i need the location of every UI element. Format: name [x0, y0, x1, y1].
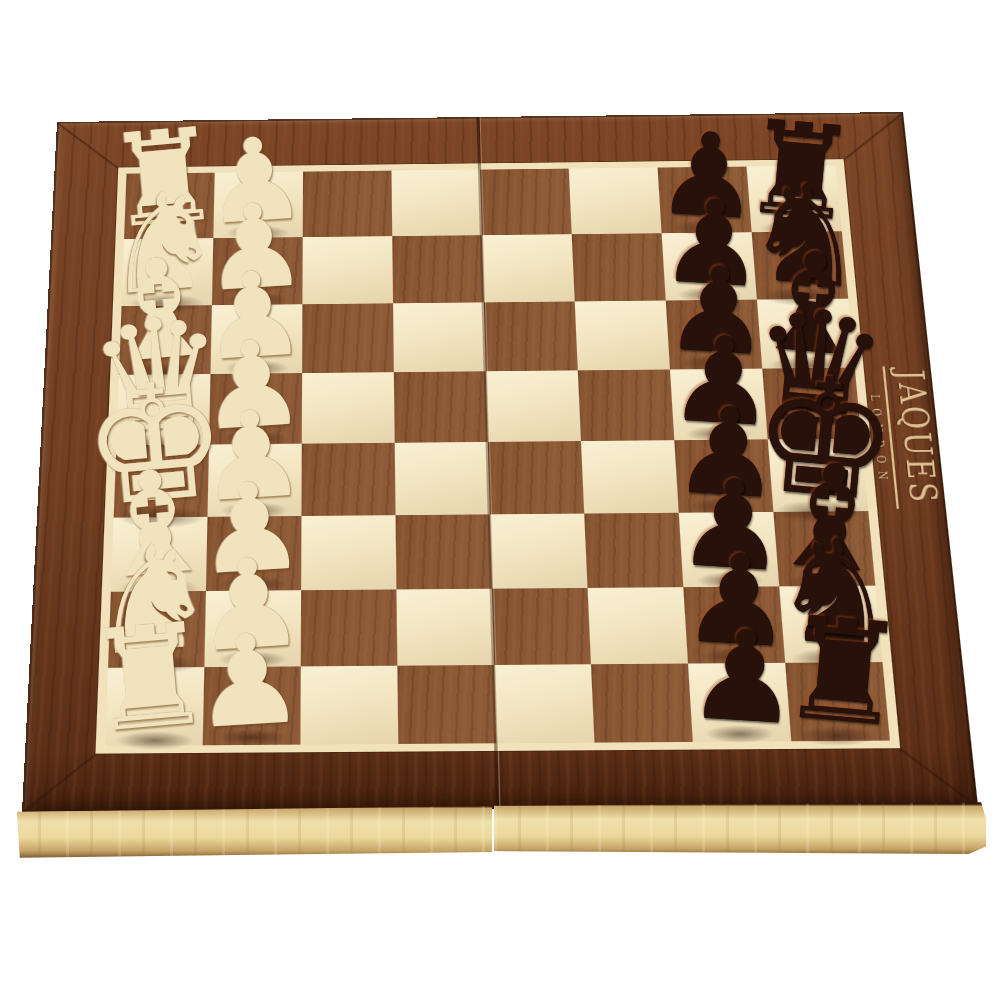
square-a5[interactable]	[480, 169, 572, 236]
square-c4[interactable]	[393, 302, 486, 372]
square-f4[interactable]	[396, 514, 492, 589]
square-e4[interactable]	[395, 442, 490, 515]
square-e3[interactable]	[301, 443, 395, 516]
square-g5[interactable]	[492, 588, 591, 665]
square-d5[interactable]	[486, 370, 581, 442]
square-f5[interactable]	[490, 514, 588, 589]
square-b5[interactable]	[482, 234, 575, 302]
black-rook-h8[interactable]: ♜	[768, 602, 908, 742]
square-a4[interactable]	[391, 170, 481, 237]
square-d4[interactable]	[394, 371, 488, 442]
square-f3[interactable]	[301, 515, 396, 590]
white-pawn-h2[interactable]: ♟	[189, 619, 314, 744]
square-h3[interactable]	[300, 666, 398, 745]
square-e5[interactable]	[488, 441, 584, 514]
frame-mitre-joint	[22, 751, 100, 813]
square-d3[interactable]	[302, 372, 395, 443]
square-b4[interactable]	[392, 235, 484, 303]
folding-edge-right	[494, 800, 986, 858]
frame-mitre-joint	[895, 745, 977, 806]
white-pawn-glyph: ♟	[182, 615, 314, 748]
square-c5[interactable]	[484, 301, 578, 371]
square-b3[interactable]	[302, 236, 393, 304]
chess-set-photo: JAQUES LONDON ♜♟♟♜♞♟♟♞♝♟♟♝♛♟♟♛♚♟♟♚♝♟♟♝♞♟…	[0, 0, 1000, 1000]
black-rook-glyph: ♜	[767, 597, 919, 749]
square-g4[interactable]	[396, 589, 494, 666]
square-h5[interactable]	[494, 664, 594, 743]
square-h4[interactable]	[397, 665, 496, 744]
square-c3[interactable]	[302, 303, 394, 373]
square-a3[interactable]	[303, 171, 393, 238]
square-g3[interactable]	[301, 589, 398, 666]
